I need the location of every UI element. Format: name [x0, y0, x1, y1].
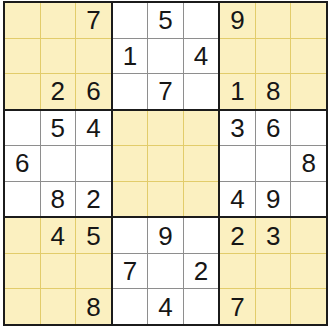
cell-r9c9[interactable] — [291, 289, 326, 324]
box-r2c0: 458 — [5, 218, 111, 324]
cell-r5c6[interactable] — [184, 146, 219, 181]
cell-r8c4[interactable]: 7 — [113, 254, 148, 289]
cell-r5c5[interactable] — [148, 146, 183, 181]
page: 726514791854682368494589724237 — [0, 0, 332, 326]
box-r0c2: 918 — [220, 3, 326, 109]
cell-r2c4[interactable]: 1 — [113, 39, 148, 74]
cell-r1c1[interactable] — [5, 3, 40, 38]
cell-r4c6[interactable] — [184, 111, 219, 146]
cell-r9c7[interactable]: 7 — [220, 289, 255, 324]
box-r1c1 — [113, 111, 219, 217]
cell-r1c4[interactable] — [113, 3, 148, 38]
cell-r8c3[interactable] — [76, 254, 111, 289]
cell-r4c7[interactable]: 3 — [220, 111, 255, 146]
cell-r6c4[interactable] — [113, 182, 148, 217]
cell-r2c8[interactable] — [256, 39, 291, 74]
cell-r8c8[interactable] — [256, 254, 291, 289]
cell-r3c8[interactable]: 8 — [256, 74, 291, 109]
cell-r1c8[interactable] — [256, 3, 291, 38]
cell-r6c2[interactable]: 8 — [41, 182, 76, 217]
cell-r5c7[interactable] — [220, 146, 255, 181]
cell-r3c3[interactable]: 6 — [76, 74, 111, 109]
cell-r5c1[interactable]: 6 — [5, 146, 40, 181]
cell-r7c3[interactable]: 5 — [76, 218, 111, 253]
cell-r6c1[interactable] — [5, 182, 40, 217]
cell-r7c7[interactable]: 2 — [220, 218, 255, 253]
cell-r9c2[interactable] — [41, 289, 76, 324]
cell-r2c9[interactable] — [291, 39, 326, 74]
cell-r2c2[interactable] — [41, 39, 76, 74]
cell-r2c1[interactable] — [5, 39, 40, 74]
cell-r8c9[interactable] — [291, 254, 326, 289]
sudoku-board: 726514791854682368494589724237 — [3, 1, 328, 326]
cell-r5c9[interactable]: 8 — [291, 146, 326, 181]
cell-r3c2[interactable]: 2 — [41, 74, 76, 109]
cell-r5c8[interactable] — [256, 146, 291, 181]
cell-r5c3[interactable] — [76, 146, 111, 181]
cell-r1c2[interactable] — [41, 3, 76, 38]
cell-r7c6[interactable] — [184, 218, 219, 253]
cell-r9c8[interactable] — [256, 289, 291, 324]
cell-r9c4[interactable] — [113, 289, 148, 324]
cell-r6c3[interactable]: 2 — [76, 182, 111, 217]
cell-r6c6[interactable] — [184, 182, 219, 217]
cell-r2c6[interactable]: 4 — [184, 39, 219, 74]
cell-r1c6[interactable] — [184, 3, 219, 38]
cell-r9c6[interactable] — [184, 289, 219, 324]
cell-r3c4[interactable] — [113, 74, 148, 109]
cell-r1c7[interactable]: 9 — [220, 3, 255, 38]
cell-r1c9[interactable] — [291, 3, 326, 38]
cell-r3c7[interactable]: 1 — [220, 74, 255, 109]
cell-r7c5[interactable]: 9 — [148, 218, 183, 253]
cell-r8c6[interactable]: 2 — [184, 254, 219, 289]
cell-r3c9[interactable] — [291, 74, 326, 109]
cell-r3c5[interactable]: 7 — [148, 74, 183, 109]
cell-r4c4[interactable] — [113, 111, 148, 146]
cell-r2c7[interactable] — [220, 39, 255, 74]
cell-r8c7[interactable] — [220, 254, 255, 289]
cell-r4c8[interactable]: 6 — [256, 111, 291, 146]
cell-r6c9[interactable] — [291, 182, 326, 217]
box-r2c1: 9724 — [113, 218, 219, 324]
cell-r6c8[interactable]: 9 — [256, 182, 291, 217]
cell-r2c5[interactable] — [148, 39, 183, 74]
box-r0c1: 5147 — [113, 3, 219, 109]
cell-r4c2[interactable]: 5 — [41, 111, 76, 146]
box-r0c0: 726 — [5, 3, 111, 109]
box-r2c2: 237 — [220, 218, 326, 324]
cell-r9c1[interactable] — [5, 289, 40, 324]
cell-r5c2[interactable] — [41, 146, 76, 181]
cell-r4c5[interactable] — [148, 111, 183, 146]
box-r1c0: 54682 — [5, 111, 111, 217]
cell-r7c2[interactable]: 4 — [41, 218, 76, 253]
cell-r9c5[interactable]: 4 — [148, 289, 183, 324]
cell-r6c5[interactable] — [148, 182, 183, 217]
box-r1c2: 36849 — [220, 111, 326, 217]
cell-r8c1[interactable] — [5, 254, 40, 289]
cell-r6c7[interactable]: 4 — [220, 182, 255, 217]
cell-r7c1[interactable] — [5, 218, 40, 253]
cell-r9c3[interactable]: 8 — [76, 289, 111, 324]
cell-r5c4[interactable] — [113, 146, 148, 181]
cell-r3c1[interactable] — [5, 74, 40, 109]
cell-r7c4[interactable] — [113, 218, 148, 253]
cell-r4c3[interactable]: 4 — [76, 111, 111, 146]
cell-r7c9[interactable] — [291, 218, 326, 253]
cell-r7c8[interactable]: 3 — [256, 218, 291, 253]
cell-r2c3[interactable] — [76, 39, 111, 74]
cell-r4c9[interactable] — [291, 111, 326, 146]
cell-r1c3[interactable]: 7 — [76, 3, 111, 38]
cell-r8c5[interactable] — [148, 254, 183, 289]
cell-r4c1[interactable] — [5, 111, 40, 146]
cell-r8c2[interactable] — [41, 254, 76, 289]
cell-r3c6[interactable] — [184, 74, 219, 109]
cell-r1c5[interactable]: 5 — [148, 3, 183, 38]
